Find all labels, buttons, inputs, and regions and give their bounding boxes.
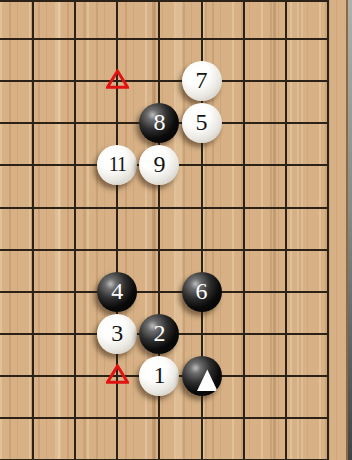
stone-number: 3 [111, 321, 123, 345]
grid-line-vertical [243, 0, 245, 460]
grid-line-horizontal [0, 291, 329, 293]
stone-number: 11 [109, 154, 126, 174]
stone-black-6[interactable]: 6 [182, 272, 222, 312]
stone-number: 1 [153, 363, 165, 387]
white-triangle-mark-icon [182, 356, 222, 396]
stone-number: 9 [153, 152, 165, 176]
board-wood-texture [0, 0, 352, 460]
board-right-edge-shadow [348, 0, 352, 460]
stone-number: 7 [196, 68, 208, 92]
stone-white-3[interactable]: 3 [97, 314, 137, 354]
stone-white-5[interactable]: 5 [182, 103, 222, 143]
go-board[interactable]: 78511946321 [0, 0, 352, 460]
grid-line-horizontal [0, 80, 329, 82]
red-triangle-marker[interactable] [106, 69, 129, 89]
red-triangle-icon [106, 69, 129, 89]
grid-line-vertical [32, 0, 34, 460]
stone-number: 6 [196, 279, 208, 303]
red-triangle-marker[interactable] [106, 364, 129, 384]
red-triangle-icon [106, 364, 129, 384]
stone-white-7[interactable]: 7 [182, 61, 222, 101]
grid-line-horizontal [0, 38, 329, 40]
grid-line-horizontal-cropped-top [0, 0, 329, 2]
grid-line-vertical [285, 0, 287, 460]
grid-line-horizontal [0, 417, 329, 419]
stone-number: 4 [111, 279, 123, 303]
stone-black-4[interactable]: 4 [97, 272, 137, 312]
stone-black-marked[interactable] [182, 356, 222, 396]
grid-line-horizontal [0, 207, 329, 209]
grid-line-horizontal [0, 249, 329, 251]
grid-line-vertical [327, 0, 329, 460]
grid-line-vertical [74, 0, 76, 460]
stone-number: 8 [153, 110, 165, 134]
stone-number: 2 [153, 321, 165, 345]
stone-number: 5 [196, 110, 208, 134]
